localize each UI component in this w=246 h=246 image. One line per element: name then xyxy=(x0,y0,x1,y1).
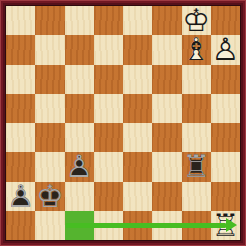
square-f1[interactable] xyxy=(152,211,181,240)
piece-white-pawn-h7[interactable]: ♟♙ xyxy=(211,35,240,64)
white-king-glyph: ♚ xyxy=(182,6,211,35)
square-e3[interactable] xyxy=(123,152,152,181)
square-b3[interactable] xyxy=(35,152,64,181)
square-d8[interactable] xyxy=(94,6,123,35)
square-a3[interactable] xyxy=(6,152,35,181)
square-g7[interactable]: ♝♗ xyxy=(182,35,211,64)
square-f4[interactable] xyxy=(152,123,181,152)
square-h4[interactable] xyxy=(211,123,240,152)
square-e1[interactable] xyxy=(123,211,152,240)
square-c3[interactable]: ♟♙ xyxy=(65,152,94,181)
square-g3[interactable]: ♜♖ xyxy=(182,152,211,181)
square-c4[interactable] xyxy=(65,123,94,152)
piece-black-pawn-a2[interactable]: ♟♙ xyxy=(6,182,35,211)
square-f5[interactable] xyxy=(152,94,181,123)
square-d2[interactable] xyxy=(94,182,123,211)
white-king-outline: ♔ xyxy=(182,6,211,35)
square-b6[interactable] xyxy=(35,65,64,94)
white-pawn-outline: ♙ xyxy=(211,35,240,64)
square-c7[interactable] xyxy=(65,35,94,64)
square-d5[interactable] xyxy=(94,94,123,123)
square-c8[interactable] xyxy=(65,6,94,35)
square-b7[interactable] xyxy=(35,35,64,64)
square-g8[interactable]: ♚♔ xyxy=(182,6,211,35)
square-f6[interactable] xyxy=(152,65,181,94)
square-b4[interactable] xyxy=(35,123,64,152)
square-c1[interactable] xyxy=(65,211,94,240)
square-a4[interactable] xyxy=(6,123,35,152)
white-bishop-glyph: ♝ xyxy=(182,35,211,64)
square-a5[interactable] xyxy=(6,94,35,123)
board-frame: ♚♔♝♗♟♙♟♙♜♖♟♙♚♔♜♖ xyxy=(0,0,246,246)
square-f3[interactable] xyxy=(152,152,181,181)
square-g1[interactable] xyxy=(182,211,211,240)
square-h6[interactable] xyxy=(211,65,240,94)
piece-black-king-b2[interactable]: ♚♔ xyxy=(35,182,64,211)
black-pawn-outline: ♙ xyxy=(65,152,94,181)
square-a6[interactable] xyxy=(6,65,35,94)
black-king-glyph: ♚ xyxy=(35,182,64,211)
square-e5[interactable] xyxy=(123,94,152,123)
square-h5[interactable] xyxy=(211,94,240,123)
square-b1[interactable] xyxy=(35,211,64,240)
piece-black-rook-g3[interactable]: ♜♖ xyxy=(182,152,211,181)
board: ♚♔♝♗♟♙♟♙♜♖♟♙♚♔♜♖ xyxy=(6,6,240,240)
square-g2[interactable] xyxy=(182,182,211,211)
square-e2[interactable] xyxy=(123,182,152,211)
square-h3[interactable] xyxy=(211,152,240,181)
square-c2[interactable] xyxy=(65,182,94,211)
black-pawn-glyph: ♟ xyxy=(6,182,35,211)
square-a2[interactable]: ♟♙ xyxy=(6,182,35,211)
white-rook-glyph: ♜ xyxy=(211,211,240,240)
square-c5[interactable] xyxy=(65,94,94,123)
square-a1[interactable] xyxy=(6,211,35,240)
square-c6[interactable] xyxy=(65,65,94,94)
square-d6[interactable] xyxy=(94,65,123,94)
white-rook-outline: ♖ xyxy=(211,211,240,240)
square-e8[interactable] xyxy=(123,6,152,35)
square-d3[interactable] xyxy=(94,152,123,181)
piece-white-king-g8[interactable]: ♚♔ xyxy=(182,6,211,35)
square-g4[interactable] xyxy=(182,123,211,152)
chess-app-window: ♚♔♝♗♟♙♟♙♜♖♟♙♚♔♜♖ xyxy=(0,0,246,246)
piece-white-bishop-g7[interactable]: ♝♗ xyxy=(182,35,211,64)
square-h8[interactable] xyxy=(211,6,240,35)
square-g6[interactable] xyxy=(182,65,211,94)
square-g5[interactable] xyxy=(182,94,211,123)
square-e6[interactable] xyxy=(123,65,152,94)
square-e4[interactable] xyxy=(123,123,152,152)
black-rook-outline: ♖ xyxy=(182,152,211,181)
square-b2[interactable]: ♚♔ xyxy=(35,182,64,211)
square-h7[interactable]: ♟♙ xyxy=(211,35,240,64)
square-b8[interactable] xyxy=(35,6,64,35)
square-a8[interactable] xyxy=(6,6,35,35)
square-b5[interactable] xyxy=(35,94,64,123)
square-h2[interactable] xyxy=(211,182,240,211)
black-king-outline: ♔ xyxy=(35,182,64,211)
square-e7[interactable] xyxy=(123,35,152,64)
square-h1[interactable]: ♜♖ xyxy=(211,211,240,240)
black-rook-glyph: ♜ xyxy=(182,152,211,181)
white-pawn-glyph: ♟ xyxy=(211,35,240,64)
square-d1[interactable] xyxy=(94,211,123,240)
square-a7[interactable] xyxy=(6,35,35,64)
black-pawn-outline: ♙ xyxy=(6,182,35,211)
piece-white-rook-h1[interactable]: ♜♖ xyxy=(211,211,240,240)
square-f8[interactable] xyxy=(152,6,181,35)
piece-black-pawn-c3[interactable]: ♟♙ xyxy=(65,152,94,181)
square-f7[interactable] xyxy=(152,35,181,64)
black-pawn-glyph: ♟ xyxy=(65,152,94,181)
square-f2[interactable] xyxy=(152,182,181,211)
white-bishop-outline: ♗ xyxy=(182,35,211,64)
square-d7[interactable] xyxy=(94,35,123,64)
square-d4[interactable] xyxy=(94,123,123,152)
